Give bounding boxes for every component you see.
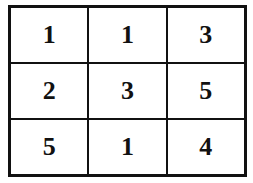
grid-cell-r1c2: 1: [89, 8, 165, 62]
grid-cell-r3c3: 4: [168, 120, 244, 174]
number-grid: 1 1 3 2 3 5 5 1 4: [8, 5, 247, 177]
grid-cell-r3c1: 5: [11, 120, 87, 174]
grid-cell-r2c3: 5: [168, 64, 244, 118]
grid-cell-r2c1: 2: [11, 64, 87, 118]
grid-cell-r1c3: 3: [168, 8, 244, 62]
grid-cell-r3c2: 1: [89, 120, 165, 174]
grid-cell-r2c2: 3: [89, 64, 165, 118]
grid-cell-r1c1: 1: [11, 8, 87, 62]
